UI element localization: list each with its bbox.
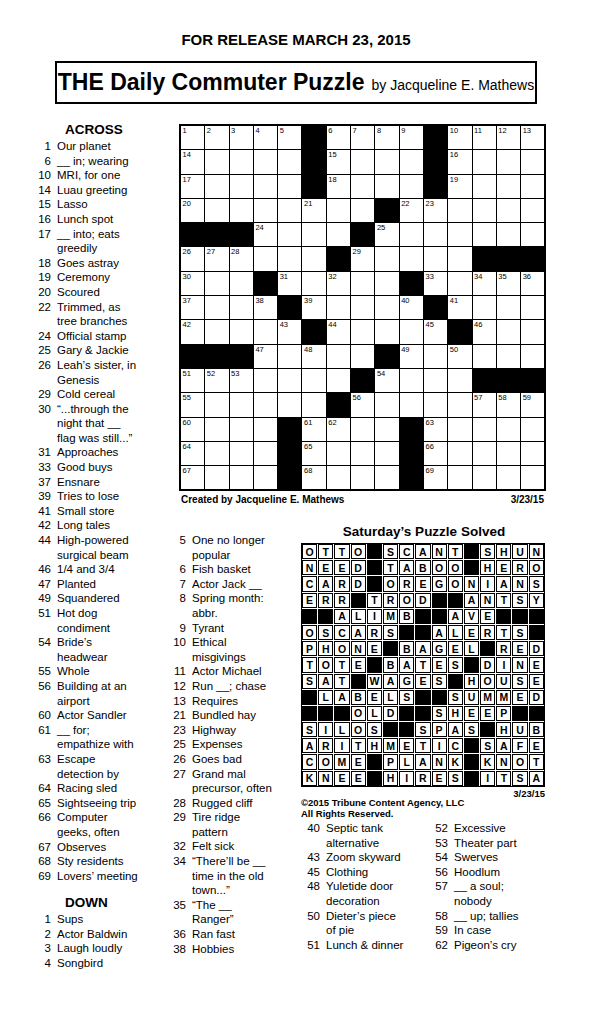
main-cell-r10c11[interactable] bbox=[424, 345, 447, 368]
main-cell-r7c13[interactable]: 34 bbox=[473, 272, 496, 295]
main-cell-r6c4[interactable] bbox=[254, 247, 277, 270]
clue-across-37: 37Ensnare bbox=[36, 475, 188, 490]
clue-down-38: 38Hobbies bbox=[171, 942, 303, 957]
main-cell-r6c9[interactable] bbox=[375, 247, 398, 270]
main-cell-r8c3[interactable] bbox=[230, 296, 253, 319]
main-cell-r10c6[interactable]: 48 bbox=[302, 345, 325, 368]
main-cell-r15c4[interactable] bbox=[254, 466, 277, 489]
main-cell-r10c8[interactable] bbox=[351, 345, 374, 368]
cell-number: 56 bbox=[353, 393, 361, 402]
main-cell-r8c7[interactable] bbox=[327, 296, 350, 319]
main-cell-r9c13[interactable]: 46 bbox=[473, 320, 496, 343]
main-cell-r5c12[interactable] bbox=[448, 223, 471, 246]
main-cell-r10c3-black bbox=[230, 345, 253, 368]
solved-cell-r2c3: E bbox=[334, 560, 349, 575]
main-cell-r15c7[interactable] bbox=[327, 466, 350, 489]
main-cell-r5c11[interactable] bbox=[424, 223, 447, 246]
main-cell-r3c15[interactable] bbox=[521, 175, 544, 198]
main-cell-r6c10[interactable] bbox=[400, 247, 423, 270]
main-cell-r14c6[interactable]: 65 bbox=[302, 442, 325, 465]
main-cell-r4c4[interactable] bbox=[254, 199, 277, 222]
main-cell-r11c3[interactable]: 53 bbox=[230, 369, 253, 392]
main-cell-r3c9[interactable] bbox=[375, 175, 398, 198]
main-cell-r9c14[interactable] bbox=[497, 320, 520, 343]
main-cell-r6c11[interactable] bbox=[424, 247, 447, 270]
clue-across-16: 16Lunch spot bbox=[36, 212, 188, 227]
clue-number: 35 bbox=[171, 898, 186, 927]
main-cell-r9c8[interactable] bbox=[351, 320, 374, 343]
clue-number: 3 bbox=[36, 941, 51, 956]
main-cell-r11c4[interactable] bbox=[254, 369, 277, 392]
clue-text: Tire ridge pattern bbox=[192, 810, 298, 839]
main-cell-r1c14[interactable]: 12 bbox=[497, 126, 520, 149]
main-cell-r14c2[interactable] bbox=[205, 442, 228, 465]
main-cell-r7c11[interactable]: 33 bbox=[424, 272, 447, 295]
main-cell-r4c13[interactable] bbox=[473, 199, 496, 222]
main-cell-r4c10[interactable]: 22 bbox=[400, 199, 423, 222]
main-cell-r6c6[interactable] bbox=[302, 247, 325, 270]
solved-cell-r7c6-black bbox=[383, 641, 398, 656]
clue-across-54: 54Bride’s headwear bbox=[36, 635, 188, 664]
main-cell-r11c6[interactable] bbox=[302, 369, 325, 392]
main-cell-r6c5[interactable] bbox=[278, 247, 301, 270]
crossword-grid: 1234567891011121314151617181920212223242… bbox=[179, 124, 546, 491]
main-cell-r4c3[interactable] bbox=[230, 199, 253, 222]
clue-text: Squandered bbox=[57, 591, 163, 606]
main-cell-r3c13[interactable] bbox=[473, 175, 496, 198]
clue-text: Sty residents bbox=[57, 854, 163, 869]
main-cell-r5c3-black bbox=[230, 223, 253, 246]
main-cell-r7c7[interactable]: 32 bbox=[327, 272, 350, 295]
solved-cell-r3c12: I bbox=[480, 576, 495, 591]
main-cell-r8c9[interactable] bbox=[375, 296, 398, 319]
solved-cell-r14c11-black bbox=[464, 754, 479, 769]
main-cell-r15c11[interactable]: 69 bbox=[424, 466, 447, 489]
main-cell-r5c4[interactable]: 24 bbox=[254, 223, 277, 246]
main-cell-r8c2[interactable] bbox=[205, 296, 228, 319]
clues-left-column: ACROSS 1Our planet6__ in; wearing10MRI, … bbox=[36, 122, 188, 971]
main-cell-r13c2[interactable] bbox=[205, 418, 228, 441]
main-cell-r9c3[interactable] bbox=[230, 320, 253, 343]
main-cell-r2c1[interactable]: 14 bbox=[181, 150, 204, 173]
main-cell-r1c13[interactable]: 11 bbox=[473, 126, 496, 149]
solved-cell-r8c10: S bbox=[448, 657, 463, 672]
main-cell-r9c7[interactable]: 44 bbox=[327, 320, 350, 343]
main-cell-r10c14[interactable] bbox=[497, 345, 520, 368]
clue-across-51: 51Hot dog condiment bbox=[36, 606, 188, 635]
cell-number: 3 bbox=[231, 126, 235, 135]
main-cell-r13c7[interactable]: 62 bbox=[327, 418, 350, 441]
main-cell-r14c11[interactable]: 66 bbox=[424, 442, 447, 465]
main-cell-r14c7[interactable] bbox=[327, 442, 350, 465]
clue-across-64: 64Racing sled bbox=[36, 781, 188, 796]
grid-footer: Created by Jacqueline E. Mathews 3/23/15 bbox=[181, 494, 544, 505]
main-cell-r1c9[interactable]: 8 bbox=[375, 126, 398, 149]
main-cell-r8c4[interactable]: 38 bbox=[254, 296, 277, 319]
clue-text: Goes astray bbox=[57, 256, 163, 271]
solved-cell-r14c9: N bbox=[432, 754, 447, 769]
cell-number: 12 bbox=[498, 126, 506, 135]
main-cell-r5c7[interactable] bbox=[327, 223, 350, 246]
main-cell-r7c14[interactable]: 35 bbox=[497, 272, 520, 295]
solved-cell-r1c2: T bbox=[318, 544, 333, 559]
solved-cell-r12c4: O bbox=[351, 722, 366, 737]
main-cell-r1c7[interactable]: 6 bbox=[327, 126, 350, 149]
main-cell-r7c2[interactable] bbox=[205, 272, 228, 295]
main-cell-r4c1[interactable]: 20 bbox=[181, 199, 204, 222]
cell-number: 57 bbox=[474, 393, 482, 402]
solved-cell-r15c4: E bbox=[351, 771, 366, 786]
main-cell-r12c14[interactable]: 58 bbox=[497, 393, 520, 416]
main-cell-r2c15[interactable] bbox=[521, 150, 544, 173]
main-cell-r11c5[interactable] bbox=[278, 369, 301, 392]
main-cell-r6c1[interactable]: 26 bbox=[181, 247, 204, 270]
main-cell-r14c12[interactable] bbox=[448, 442, 471, 465]
main-cell-r15c2[interactable] bbox=[205, 466, 228, 489]
main-cell-r1c15[interactable]: 13 bbox=[521, 126, 544, 149]
cell-number: 48 bbox=[304, 345, 312, 354]
clue-across-30: 30“...through the night that __ flag was… bbox=[36, 402, 188, 446]
main-cell-r13c15[interactable] bbox=[521, 418, 544, 441]
solved-cell-r10c6: L bbox=[383, 690, 398, 705]
solved-cell-r15c9: E bbox=[432, 771, 447, 786]
solved-cell-r3c7: R bbox=[399, 576, 414, 591]
clue-number: 22 bbox=[36, 300, 51, 329]
clue-text: Building at an airport bbox=[57, 679, 163, 708]
main-cell-r12c2[interactable] bbox=[205, 393, 228, 416]
solved-cell-r7c4: N bbox=[351, 641, 366, 656]
main-cell-r15c1[interactable]: 67 bbox=[181, 466, 204, 489]
main-cell-r7c9[interactable] bbox=[375, 272, 398, 295]
main-cell-r2c9[interactable] bbox=[375, 150, 398, 173]
main-cell-r11c11[interactable] bbox=[424, 369, 447, 392]
main-cell-r2c4[interactable] bbox=[254, 150, 277, 173]
solved-cell-r3c14: N bbox=[512, 576, 527, 591]
main-cell-r9c2[interactable] bbox=[205, 320, 228, 343]
puzzle-title: THE Daily Commuter Puzzle bbox=[58, 69, 365, 96]
main-cell-r7c12[interactable] bbox=[448, 272, 471, 295]
cell-number: 44 bbox=[328, 320, 336, 329]
solved-cell-r1c14: U bbox=[512, 544, 527, 559]
main-cell-r10c12[interactable]: 50 bbox=[448, 345, 471, 368]
main-cell-r4c14[interactable] bbox=[497, 199, 520, 222]
main-cell-r13c9[interactable] bbox=[375, 418, 398, 441]
main-cell-r11c7[interactable] bbox=[327, 369, 350, 392]
main-cell-r13c12[interactable] bbox=[448, 418, 471, 441]
main-cell-r2c10[interactable] bbox=[400, 150, 423, 173]
clue-number: 53 bbox=[433, 836, 448, 851]
main-cell-r2c2[interactable] bbox=[205, 150, 228, 173]
main-cell-r9c11[interactable]: 45 bbox=[424, 320, 447, 343]
main-cell-r12c15[interactable]: 59 bbox=[521, 393, 544, 416]
main-cell-r7c6[interactable] bbox=[302, 272, 325, 295]
main-cell-r11c9[interactable]: 54 bbox=[375, 369, 398, 392]
main-cell-r15c6[interactable]: 68 bbox=[302, 466, 325, 489]
main-cell-r12c10[interactable] bbox=[400, 393, 423, 416]
main-cell-r5c13[interactable] bbox=[473, 223, 496, 246]
solved-cell-r11c3-black bbox=[334, 706, 349, 721]
clue-number: 50 bbox=[305, 909, 320, 938]
solved-cell-r11c2-black bbox=[318, 706, 333, 721]
solved-cell-r4c1: E bbox=[302, 593, 317, 608]
solved-cell-r5c11: V bbox=[464, 609, 479, 624]
main-cell-r13c6[interactable]: 61 bbox=[302, 418, 325, 441]
main-cell-r8c6[interactable]: 39 bbox=[302, 296, 325, 319]
clue-number: 51 bbox=[305, 938, 320, 953]
solved-cell-r2c2: E bbox=[318, 560, 333, 575]
solved-cell-r2c11-black bbox=[464, 560, 479, 575]
main-cell-r12c12[interactable] bbox=[448, 393, 471, 416]
main-cell-r1c10[interactable]: 9 bbox=[400, 126, 423, 149]
main-cell-r11c2[interactable]: 52 bbox=[205, 369, 228, 392]
main-cell-r10c10[interactable]: 49 bbox=[400, 345, 423, 368]
main-cell-r14c3[interactable] bbox=[230, 442, 253, 465]
main-cell-r10c2-black bbox=[205, 345, 228, 368]
main-cell-r8c1[interactable]: 37 bbox=[181, 296, 204, 319]
main-cell-r1c2[interactable]: 2 bbox=[205, 126, 228, 149]
main-cell-r15c13[interactable] bbox=[473, 466, 496, 489]
main-cell-r1c3[interactable]: 3 bbox=[230, 126, 253, 149]
main-cell-r8c10[interactable]: 40 bbox=[400, 296, 423, 319]
main-cell-r15c14[interactable] bbox=[497, 466, 520, 489]
main-cell-r3c8[interactable] bbox=[351, 175, 374, 198]
main-cell-r11c1[interactable]: 51 bbox=[181, 369, 204, 392]
main-cell-r8c14[interactable] bbox=[497, 296, 520, 319]
main-cell-r14c15[interactable] bbox=[521, 442, 544, 465]
main-cell-r8c13[interactable] bbox=[473, 296, 496, 319]
main-cell-r3c7[interactable]: 18 bbox=[327, 175, 350, 198]
main-cell-r15c3[interactable] bbox=[230, 466, 253, 489]
main-cell-r5c14[interactable] bbox=[497, 223, 520, 246]
main-cell-r1c1[interactable]: 1 bbox=[181, 126, 204, 149]
main-cell-r14c8[interactable] bbox=[351, 442, 374, 465]
main-cell-r13c11[interactable]: 63 bbox=[424, 418, 447, 441]
clue-number: 38 bbox=[171, 942, 186, 957]
main-cell-r4c8[interactable] bbox=[351, 199, 374, 222]
solved-cell-r15c7: I bbox=[399, 771, 414, 786]
main-cell-r7c15[interactable]: 36 bbox=[521, 272, 544, 295]
main-cell-r2c3[interactable] bbox=[230, 150, 253, 173]
clue-text: Scoured bbox=[57, 285, 163, 300]
main-cell-r10c5[interactable] bbox=[278, 345, 301, 368]
main-cell-r1c4[interactable]: 4 bbox=[254, 126, 277, 149]
main-cell-r4c5[interactable] bbox=[278, 199, 301, 222]
main-cell-r1c5[interactable]: 5 bbox=[278, 126, 301, 149]
clue-number: 37 bbox=[36, 475, 51, 490]
solved-cell-r13c13: A bbox=[496, 738, 511, 753]
main-cell-r4c2[interactable] bbox=[205, 199, 228, 222]
clue-across-24: 24Official stamp bbox=[36, 329, 188, 344]
solved-cell-r13c4: T bbox=[351, 738, 366, 753]
main-cell-r12c1[interactable]: 55 bbox=[181, 393, 204, 416]
clue-number: 29 bbox=[171, 810, 186, 839]
main-cell-r4c15[interactable] bbox=[521, 199, 544, 222]
solved-cell-r6c7-black bbox=[399, 625, 414, 640]
main-cell-r6c2[interactable]: 27 bbox=[205, 247, 228, 270]
main-cell-r6c8[interactable]: 29 bbox=[351, 247, 374, 270]
clue-number: 52 bbox=[433, 821, 448, 836]
main-cell-r14c9[interactable] bbox=[375, 442, 398, 465]
main-cell-r5c6[interactable] bbox=[302, 223, 325, 246]
clue-text: Highway bbox=[192, 723, 298, 738]
solved-cell-r11c8-black bbox=[415, 706, 430, 721]
main-cell-r3c2[interactable] bbox=[205, 175, 228, 198]
main-cell-r6c13-black bbox=[473, 247, 496, 270]
clue-number: 8 bbox=[171, 591, 186, 620]
main-cell-r14c14[interactable] bbox=[497, 442, 520, 465]
main-cell-r13c4[interactable] bbox=[254, 418, 277, 441]
clue-number: 1 bbox=[36, 912, 51, 927]
main-cell-r3c12[interactable]: 19 bbox=[448, 175, 471, 198]
solved-cell-r14c10: K bbox=[448, 754, 463, 769]
main-cell-r1c8[interactable]: 7 bbox=[351, 126, 374, 149]
main-cell-r13c1[interactable]: 60 bbox=[181, 418, 204, 441]
clue-text: Tyrant bbox=[192, 621, 298, 636]
main-cell-r6c12[interactable] bbox=[448, 247, 471, 270]
main-cell-r9c9[interactable] bbox=[375, 320, 398, 343]
main-cell-r13c14[interactable] bbox=[497, 418, 520, 441]
main-cell-r10c4[interactable]: 47 bbox=[254, 345, 277, 368]
main-cell-r4c11[interactable]: 23 bbox=[424, 199, 447, 222]
main-cell-r4c6[interactable]: 21 bbox=[302, 199, 325, 222]
main-cell-r7c1[interactable]: 30 bbox=[181, 272, 204, 295]
main-cell-r14c4[interactable] bbox=[254, 442, 277, 465]
main-cell-r12c9[interactable] bbox=[375, 393, 398, 416]
clue-text: Actor Michael bbox=[192, 664, 298, 679]
main-cell-r5c5[interactable] bbox=[278, 223, 301, 246]
main-cell-r5c10[interactable] bbox=[400, 223, 423, 246]
main-cell-r15c9[interactable] bbox=[375, 466, 398, 489]
main-cell-r3c10[interactable] bbox=[400, 175, 423, 198]
main-cell-r12c3[interactable] bbox=[230, 393, 253, 416]
clue-down-26: 26Goes bad bbox=[171, 752, 303, 767]
solved-cell-r2c13: E bbox=[496, 560, 511, 575]
main-cell-r7c5[interactable]: 31 bbox=[278, 272, 301, 295]
main-cell-r12c4[interactable] bbox=[254, 393, 277, 416]
main-cell-r8c12[interactable]: 41 bbox=[448, 296, 471, 319]
solved-cell-r6c15-black bbox=[529, 625, 544, 640]
main-cell-r13c8[interactable] bbox=[351, 418, 374, 441]
main-cell-r11c12[interactable] bbox=[448, 369, 471, 392]
main-cell-r14c13[interactable] bbox=[473, 442, 496, 465]
solved-cell-r14c7: L bbox=[399, 754, 414, 769]
solved-cell-r12c12-black bbox=[480, 722, 495, 737]
clue-number: 56 bbox=[36, 679, 51, 708]
main-cell-r11c8-black bbox=[351, 369, 374, 392]
main-cell-r3c5[interactable] bbox=[278, 175, 301, 198]
main-cell-r2c13[interactable] bbox=[473, 150, 496, 173]
solved-cell-r15c11-black bbox=[464, 771, 479, 786]
solved-cell-r13c11-black bbox=[464, 738, 479, 753]
solved-cell-r2c15: O bbox=[529, 560, 544, 575]
main-cell-r5c15[interactable] bbox=[521, 223, 544, 246]
main-cell-r10c15[interactable] bbox=[521, 345, 544, 368]
main-cell-r9c10[interactable] bbox=[400, 320, 423, 343]
main-cell-r9c6-black bbox=[302, 320, 325, 343]
clue-down-1: 1Sups bbox=[36, 912, 188, 927]
main-cell-r7c3[interactable] bbox=[230, 272, 253, 295]
main-cell-r3c11-black bbox=[424, 175, 447, 198]
main-cell-r4c12[interactable] bbox=[448, 199, 471, 222]
solved-cell-r3c4: D bbox=[351, 576, 366, 591]
main-cell-r6c3[interactable]: 28 bbox=[230, 247, 253, 270]
newspaper-puzzle-page: FOR RELEASE MARCH 23, 2015 THE Daily Com… bbox=[0, 0, 592, 1024]
main-cell-r10c7[interactable] bbox=[327, 345, 350, 368]
main-cell-r9c15[interactable] bbox=[521, 320, 544, 343]
main-cell-r2c8[interactable] bbox=[351, 150, 374, 173]
main-cell-r5c9[interactable]: 25 bbox=[375, 223, 398, 246]
solved-cell-r10c14: E bbox=[512, 690, 527, 705]
solved-cell-r6c11: E bbox=[464, 625, 479, 640]
clue-number: 40 bbox=[305, 821, 320, 850]
main-cell-r2c5[interactable] bbox=[278, 150, 301, 173]
clue-text: __ in; wearing bbox=[57, 154, 163, 169]
main-cell-r4c7[interactable] bbox=[327, 199, 350, 222]
solved-cell-r5c10: A bbox=[448, 609, 463, 624]
clue-text: Zoom skyward bbox=[326, 850, 432, 865]
solved-cell-r11c7-black bbox=[399, 706, 414, 721]
clue-number: 47 bbox=[36, 577, 51, 592]
main-cell-r2c14[interactable] bbox=[497, 150, 520, 173]
clue-down-28: 28Rugged cliff bbox=[171, 796, 303, 811]
clue-number: 42 bbox=[36, 518, 51, 533]
clue-text: Rugged cliff bbox=[192, 796, 298, 811]
main-cell-r12c6[interactable] bbox=[302, 393, 325, 416]
cell-number: 21 bbox=[304, 199, 312, 208]
main-cell-r3c14[interactable] bbox=[497, 175, 520, 198]
clue-number: 9 bbox=[171, 621, 186, 636]
main-cell-r3c4[interactable] bbox=[254, 175, 277, 198]
main-cell-r11c10[interactable] bbox=[400, 369, 423, 392]
main-cell-r8c8[interactable] bbox=[351, 296, 374, 319]
main-cell-r9c1[interactable]: 42 bbox=[181, 320, 204, 343]
main-cell-r2c7[interactable]: 15 bbox=[327, 150, 350, 173]
main-cell-r12c13[interactable]: 57 bbox=[473, 393, 496, 416]
main-cell-r15c15[interactable] bbox=[521, 466, 544, 489]
solved-cell-r13c1: A bbox=[302, 738, 317, 753]
main-cell-r15c8[interactable] bbox=[351, 466, 374, 489]
main-cell-r2c12[interactable]: 16 bbox=[448, 150, 471, 173]
cell-number: 51 bbox=[183, 369, 191, 378]
grid-date: 3/23/15 bbox=[511, 494, 544, 505]
main-cell-r9c4[interactable] bbox=[254, 320, 277, 343]
solved-cell-r11c13: P bbox=[496, 706, 511, 721]
main-cell-r14c1[interactable]: 64 bbox=[181, 442, 204, 465]
main-cell-r12c8[interactable]: 56 bbox=[351, 393, 374, 416]
main-cell-r12c11[interactable] bbox=[424, 393, 447, 416]
cell-number: 34 bbox=[474, 272, 482, 281]
main-cell-r15c12[interactable] bbox=[448, 466, 471, 489]
main-cell-r13c3[interactable] bbox=[230, 418, 253, 441]
main-cell-r1c12[interactable]: 10 bbox=[448, 126, 471, 149]
clue-across-10: 10MRI, for one bbox=[36, 168, 188, 183]
clue-text: Cold cereal bbox=[57, 387, 163, 402]
solved-cell-r10c12: M bbox=[480, 690, 495, 705]
main-cell-r10c13[interactable] bbox=[473, 345, 496, 368]
cell-number: 27 bbox=[207, 247, 215, 256]
main-cell-r7c8[interactable] bbox=[351, 272, 374, 295]
solved-cell-r7c7: B bbox=[399, 641, 414, 656]
main-cell-r9c5[interactable]: 43 bbox=[278, 320, 301, 343]
cell-number: 17 bbox=[183, 175, 191, 184]
main-cell-r8c15[interactable] bbox=[521, 296, 544, 319]
main-cell-r12c5[interactable] bbox=[278, 393, 301, 416]
solved-cell-r12c13: H bbox=[496, 722, 511, 737]
clue-number: 65 bbox=[36, 796, 51, 811]
main-cell-r13c13[interactable] bbox=[473, 418, 496, 441]
main-cell-r3c1[interactable]: 17 bbox=[181, 175, 204, 198]
main-cell-r3c3[interactable] bbox=[230, 175, 253, 198]
